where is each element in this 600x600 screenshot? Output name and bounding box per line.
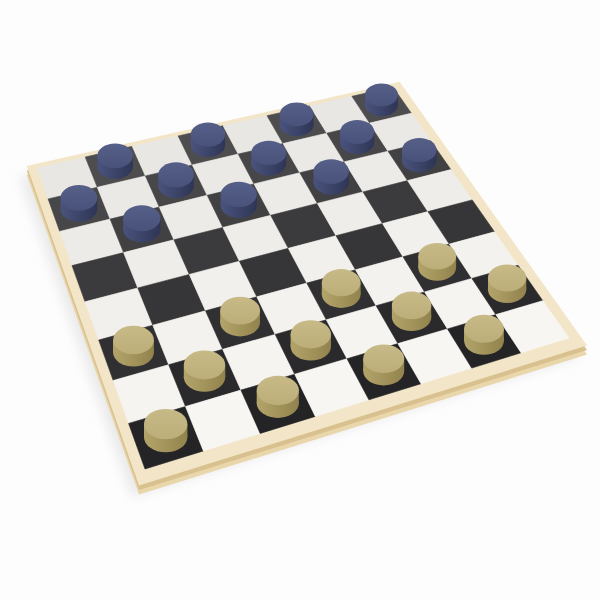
piece-top [363,345,404,374]
piece-gold-h2[interactable] [488,265,526,303]
piece-top [392,292,431,320]
piece-navy-d8[interactable] [191,123,226,157]
piece-top [144,409,187,439]
piece-top [464,315,504,343]
checkers-board-photo [0,0,600,600]
piece-gold-a3[interactable] [113,326,154,367]
piece-top [191,123,225,147]
piece-top [402,138,437,162]
piece-navy-d6[interactable] [221,182,257,218]
piece-gold-g1[interactable] [464,315,504,355]
piece-gold-d2[interactable] [291,320,331,360]
piece-top [314,159,349,184]
piece-gold-b2[interactable] [184,350,226,391]
piece-navy-c7[interactable] [158,162,194,198]
piece-top [221,182,257,207]
piece-navy-h8[interactable] [365,83,398,116]
piece-top [291,320,331,348]
piece-top [340,120,374,144]
piece-top [158,162,194,187]
piece-top [61,185,98,211]
piece-navy-a7[interactable] [61,185,98,222]
piece-navy-f6[interactable] [314,159,349,195]
piece-top [113,326,154,355]
piece-gold-c3[interactable] [220,297,260,337]
piece-top [322,269,361,296]
piece-navy-f8[interactable] [280,103,314,137]
piece-gold-a1[interactable] [144,409,187,452]
piece-navy-h6[interactable] [402,138,437,173]
piece-top [257,376,299,405]
piece-gold-g3[interactable] [418,243,456,281]
scene [0,0,600,600]
piece-top [220,297,260,325]
piece-navy-b6[interactable] [123,205,160,242]
piece-gold-e3[interactable] [322,269,361,308]
piece-gold-f2[interactable] [392,292,431,331]
piece-navy-b8[interactable] [97,143,132,178]
piece-top [184,350,225,379]
piece-top [365,83,398,106]
piece-gold-e1[interactable] [363,345,404,386]
piece-gold-c1[interactable] [257,376,299,418]
piece-top [418,243,456,269]
piece-top [280,103,314,127]
piece-navy-e7[interactable] [251,141,286,176]
piece-top [123,205,160,231]
piece-top [97,143,132,168]
piece-top [251,141,286,165]
piece-top [488,265,526,292]
piece-navy-g7[interactable] [340,120,374,154]
